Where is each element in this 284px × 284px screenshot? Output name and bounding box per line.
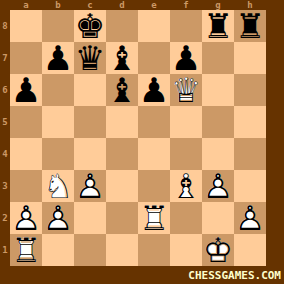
square-b7: ♟: [42, 42, 74, 74]
piece-white-rook: ♜♖: [10, 234, 42, 266]
square-g5: [202, 106, 234, 138]
square-c5: [74, 106, 106, 138]
square-f2: [170, 202, 202, 234]
square-f6: ♛♕: [170, 74, 202, 106]
square-a4: [10, 138, 42, 170]
square-g6: [202, 74, 234, 106]
chess-board: ♚♜♜♟♛♝♟♟♝♟♛♕♞♘♟♙♝♗♟♙♟♙♟♙♜♖♟♙♜♖♚♔: [10, 10, 266, 266]
square-e8: [138, 10, 170, 42]
rank-label-4: 4: [0, 138, 10, 170]
file-label-a: a: [10, 0, 42, 10]
square-d1: [106, 234, 138, 266]
square-a5: [10, 106, 42, 138]
square-c1: [74, 234, 106, 266]
square-c3: ♟♙: [74, 170, 106, 202]
black-piece-glyph: ♟: [10, 74, 42, 106]
piece-white-king: ♚♔: [202, 234, 234, 266]
site-branding: CHESSGAMES.COM: [188, 269, 281, 282]
file-label-d: d: [106, 0, 138, 10]
square-e4: [138, 138, 170, 170]
chess-diagram: abcdefgh 87654321 ♚♜♜♟♛♝♟♟♝♟♛♕♞♘♟♙♝♗♟♙♟♙…: [0, 0, 284, 284]
square-a8: [10, 10, 42, 42]
square-f3: ♝♗: [170, 170, 202, 202]
black-piece-glyph: ♝: [106, 74, 138, 106]
piece-black-bishop: ♝: [106, 74, 138, 106]
square-e2: ♜♖: [138, 202, 170, 234]
square-f1: [170, 234, 202, 266]
black-piece-glyph: ♜: [202, 10, 234, 42]
white-piece-outline: ♙: [202, 170, 234, 202]
square-e6: ♟: [138, 74, 170, 106]
rank-label-2: 2: [0, 202, 10, 234]
square-h4: [234, 138, 266, 170]
square-f5: [170, 106, 202, 138]
file-label-f: f: [170, 0, 202, 10]
rank-label-6: 6: [0, 74, 10, 106]
piece-white-pawn: ♟♙: [42, 202, 74, 234]
piece-black-queen: ♛: [74, 42, 106, 74]
file-label-e: e: [138, 0, 170, 10]
white-piece-outline: ♖: [10, 234, 42, 266]
square-a6: ♟: [10, 74, 42, 106]
square-b2: ♟♙: [42, 202, 74, 234]
rank-label-1: 1: [0, 234, 10, 266]
square-c7: ♛: [74, 42, 106, 74]
piece-black-rook: ♜: [234, 10, 266, 42]
white-piece-outline: ♙: [234, 202, 266, 234]
piece-white-pawn: ♟♙: [234, 202, 266, 234]
file-label-b: b: [42, 0, 74, 10]
piece-black-pawn: ♟: [10, 74, 42, 106]
square-b6: [42, 74, 74, 106]
square-d4: [106, 138, 138, 170]
rank-label-3: 3: [0, 170, 10, 202]
square-h2: ♟♙: [234, 202, 266, 234]
piece-white-pawn: ♟♙: [202, 170, 234, 202]
square-h1: [234, 234, 266, 266]
piece-white-bishop: ♝♗: [170, 170, 202, 202]
piece-black-pawn: ♟: [42, 42, 74, 74]
square-h8: ♜: [234, 10, 266, 42]
rank-label-8: 8: [0, 10, 10, 42]
black-piece-glyph: ♛: [74, 42, 106, 74]
white-piece-outline: ♙: [42, 202, 74, 234]
piece-white-queen: ♛♕: [170, 74, 202, 106]
square-h5: [234, 106, 266, 138]
rank-label-5: 5: [0, 106, 10, 138]
piece-white-pawn: ♟♙: [74, 170, 106, 202]
square-a1: ♜♖: [10, 234, 42, 266]
square-d2: [106, 202, 138, 234]
black-piece-glyph: ♜: [234, 10, 266, 42]
square-c6: [74, 74, 106, 106]
square-b1: [42, 234, 74, 266]
square-g8: ♜: [202, 10, 234, 42]
black-piece-glyph: ♟: [138, 74, 170, 106]
piece-black-rook: ♜: [202, 10, 234, 42]
square-g1: ♚♔: [202, 234, 234, 266]
square-e1: [138, 234, 170, 266]
rank-labels: 87654321: [0, 10, 10, 266]
square-h6: [234, 74, 266, 106]
piece-black-pawn: ♟: [138, 74, 170, 106]
white-piece-outline: ♙: [74, 170, 106, 202]
square-h7: [234, 42, 266, 74]
square-g3: ♟♙: [202, 170, 234, 202]
square-e5: [138, 106, 170, 138]
square-c2: [74, 202, 106, 234]
black-piece-glyph: ♟: [42, 42, 74, 74]
rank-label-7: 7: [0, 42, 10, 74]
white-piece-outline: ♕: [170, 74, 202, 106]
white-piece-outline: ♗: [170, 170, 202, 202]
square-d6: ♝: [106, 74, 138, 106]
white-piece-outline: ♔: [202, 234, 234, 266]
square-g7: [202, 42, 234, 74]
square-d3: [106, 170, 138, 202]
white-piece-outline: ♖: [138, 202, 170, 234]
square-d5: [106, 106, 138, 138]
piece-white-rook: ♜♖: [138, 202, 170, 234]
square-b5: [42, 106, 74, 138]
